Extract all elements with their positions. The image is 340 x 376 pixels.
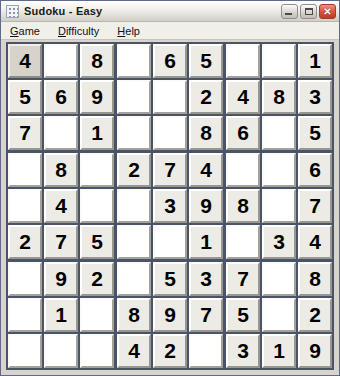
cell-r6c9[interactable]: 4	[298, 225, 332, 259]
cell-r3c4[interactable]	[117, 116, 151, 150]
cell-r6c2[interactable]: 7	[44, 225, 78, 259]
cell-r1c6[interactable]: 5	[189, 44, 223, 78]
cell-r8c8[interactable]	[262, 298, 296, 332]
cell-r2c5[interactable]	[153, 80, 187, 114]
cell-r3c1[interactable]: 7	[8, 116, 42, 150]
close-button[interactable]: ✕	[319, 4, 336, 19]
cell-r9c5[interactable]: 2	[153, 334, 187, 368]
cell-r6c1[interactable]: 2	[8, 225, 42, 259]
box-1-3: 148365	[226, 44, 332, 150]
cell-r4c1[interactable]	[8, 153, 42, 187]
cell-r8c2[interactable]: 1	[44, 298, 78, 332]
cell-r2c1[interactable]: 5	[8, 80, 42, 114]
cell-r3c9[interactable]: 5	[298, 116, 332, 150]
cell-r3c3[interactable]: 1	[80, 116, 114, 150]
cell-r7c9[interactable]: 8	[298, 262, 332, 296]
cell-r9c2[interactable]	[44, 334, 78, 368]
cell-r1c7[interactable]	[226, 44, 260, 78]
cell-r7c1[interactable]	[8, 262, 42, 296]
box-3-2: 5389742	[117, 262, 223, 368]
cell-r7c8[interactable]	[262, 262, 296, 296]
cell-r8c5[interactable]: 9	[153, 298, 187, 332]
minimize-icon	[285, 13, 292, 15]
cell-r4c9[interactable]: 6	[298, 153, 332, 187]
cell-r5c9[interactable]: 7	[298, 189, 332, 223]
cell-r6c3[interactable]: 5	[80, 225, 114, 259]
cell-r5c6[interactable]: 9	[189, 189, 223, 223]
cell-r1c1[interactable]: 4	[8, 44, 42, 78]
cell-r4c2[interactable]: 8	[44, 153, 78, 187]
cell-r4c5[interactable]: 7	[153, 153, 187, 187]
cell-r9c8[interactable]: 1	[262, 334, 296, 368]
cell-r2c2[interactable]: 6	[44, 80, 78, 114]
cell-r3c7[interactable]: 6	[226, 116, 260, 150]
cell-r1c2[interactable]	[44, 44, 78, 78]
cell-r2c6[interactable]: 2	[189, 80, 223, 114]
app-grid-icon	[6, 5, 19, 18]
cell-r9c9[interactable]: 9	[298, 334, 332, 368]
cell-r9c6[interactable]	[189, 334, 223, 368]
cell-r1c8[interactable]	[262, 44, 296, 78]
cell-r4c7[interactable]	[226, 153, 260, 187]
title-bar[interactable]: Sudoku - Easy ✕	[1, 1, 339, 22]
cell-r3c2[interactable]	[44, 116, 78, 150]
cell-r7c5[interactable]: 5	[153, 262, 187, 296]
cell-r8c9[interactable]: 2	[298, 298, 332, 332]
cell-r8c1[interactable]	[8, 298, 42, 332]
cell-r4c3[interactable]	[80, 153, 114, 187]
cell-r3c6[interactable]: 8	[189, 116, 223, 150]
sudoku-window: Sudoku - Easy ✕ GameDifficultyHelp 48569…	[0, 0, 340, 376]
cell-r2c3[interactable]: 9	[80, 80, 114, 114]
cell-r1c3[interactable]: 8	[80, 44, 114, 78]
cell-r7c3[interactable]: 2	[80, 262, 114, 296]
minimize-button[interactable]	[281, 4, 298, 19]
cell-r9c7[interactable]: 3	[226, 334, 260, 368]
maximize-icon	[305, 8, 313, 15]
cell-r4c8[interactable]	[262, 153, 296, 187]
cell-r6c7[interactable]	[226, 225, 260, 259]
cell-r5c7[interactable]: 8	[226, 189, 260, 223]
box-2-3: 68734	[226, 153, 332, 259]
menu-bar: GameDifficultyHelp	[1, 22, 339, 40]
menu-item-help[interactable]: Help	[115, 24, 142, 38]
cell-r4c4[interactable]: 2	[117, 153, 151, 187]
box-1-1: 4856971	[8, 44, 114, 150]
cell-r9c3[interactable]	[80, 334, 114, 368]
cell-r4c6[interactable]: 4	[189, 153, 223, 187]
box-2-1: 84275	[8, 153, 114, 259]
box-2-2: 274391	[117, 153, 223, 259]
cell-r5c5[interactable]: 3	[153, 189, 187, 223]
cell-r2c4[interactable]	[117, 80, 151, 114]
cell-r7c7[interactable]: 7	[226, 262, 260, 296]
cell-r8c4[interactable]: 8	[117, 298, 151, 332]
cell-r2c9[interactable]: 3	[298, 80, 332, 114]
menu-item-game[interactable]: Game	[8, 24, 42, 38]
cell-r5c3[interactable]	[80, 189, 114, 223]
cell-r8c3[interactable]	[80, 298, 114, 332]
cell-r8c6[interactable]: 7	[189, 298, 223, 332]
cell-r5c1[interactable]	[8, 189, 42, 223]
cell-r7c4[interactable]	[117, 262, 151, 296]
box-3-1: 921	[8, 262, 114, 368]
window-title: Sudoku - Easy	[24, 5, 279, 17]
menu-item-difficulty[interactable]: Difficulty	[56, 24, 101, 38]
cell-r1c4[interactable]	[117, 44, 151, 78]
cell-r7c2[interactable]: 9	[44, 262, 78, 296]
cell-r2c8[interactable]: 8	[262, 80, 296, 114]
maximize-button[interactable]	[300, 4, 317, 19]
cell-r9c4[interactable]: 4	[117, 334, 151, 368]
cell-r6c8[interactable]: 3	[262, 225, 296, 259]
cell-r9c1[interactable]	[8, 334, 42, 368]
close-icon: ✕	[323, 6, 331, 17]
cell-r1c5[interactable]: 6	[153, 44, 187, 78]
cell-r5c4[interactable]	[117, 189, 151, 223]
cell-r3c5[interactable]	[153, 116, 187, 150]
cell-r7c6[interactable]: 3	[189, 262, 223, 296]
box-3-3: 7852319	[226, 262, 332, 368]
board-area: 4856971652814836584275274391687349215389…	[1, 40, 339, 375]
sudoku-board: 4856971652814836584275274391687349215389…	[6, 42, 334, 370]
cell-r3c8[interactable]	[262, 116, 296, 150]
box-1-2: 6528	[117, 44, 223, 150]
cell-r6c5[interactable]	[153, 225, 187, 259]
cell-r5c8[interactable]	[262, 189, 296, 223]
cell-r2c7[interactable]: 4	[226, 80, 260, 114]
cell-r6c4[interactable]	[117, 225, 151, 259]
cell-r5c2[interactable]: 4	[44, 189, 78, 223]
cell-r1c9[interactable]: 1	[298, 44, 332, 78]
cell-r6c6[interactable]: 1	[189, 225, 223, 259]
cell-r8c7[interactable]: 5	[226, 298, 260, 332]
